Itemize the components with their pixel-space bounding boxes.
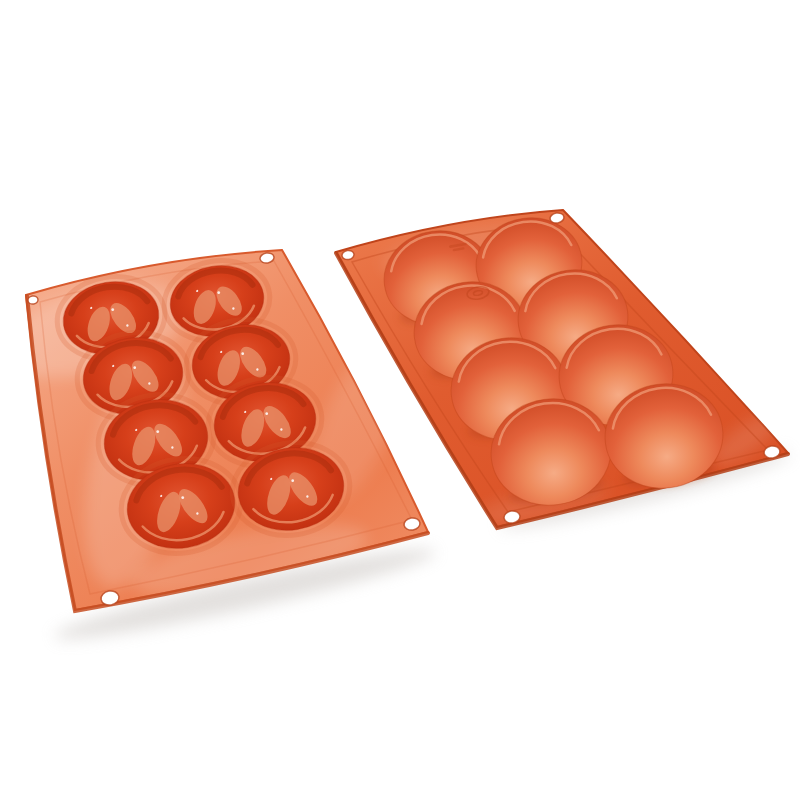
product-photo: Product photo on a plain white backgroun… xyxy=(0,0,800,800)
product-image: Product photo on a plain white backgroun… xyxy=(0,0,800,800)
